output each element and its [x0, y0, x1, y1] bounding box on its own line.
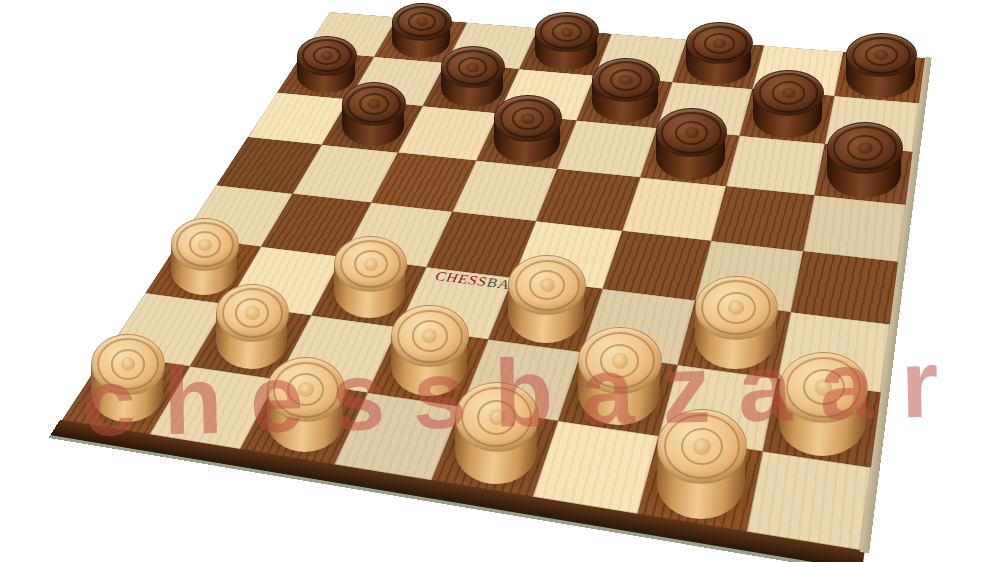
square-r1c5[interactable] [657, 82, 752, 136]
square-r2c5[interactable] [640, 128, 739, 186]
square-r4c5[interactable] [603, 231, 712, 300]
square-r2c6[interactable] [726, 136, 825, 196]
product-photo-stage: CHESSBAZAAR® chessbazaar [0, 0, 1000, 562]
registered-trademark-icon: ® [556, 284, 566, 292]
square-r1c6[interactable] [740, 89, 835, 144]
square-r5c6[interactable] [678, 300, 791, 378]
square-r3c6[interactable] [711, 186, 814, 251]
square-r0c6[interactable] [752, 46, 843, 96]
square-r3c7[interactable] [803, 195, 905, 262]
square-r2c7[interactable] [814, 144, 912, 205]
square-r0c5[interactable] [672, 40, 764, 89]
square-r0c7[interactable] [834, 52, 925, 103]
square-r3c5[interactable] [622, 177, 726, 240]
square-r5c5[interactable] [581, 289, 695, 365]
checkers-board[interactable]: CHESSBAZAAR® [62, 12, 925, 550]
square-r1c7[interactable] [825, 96, 919, 152]
